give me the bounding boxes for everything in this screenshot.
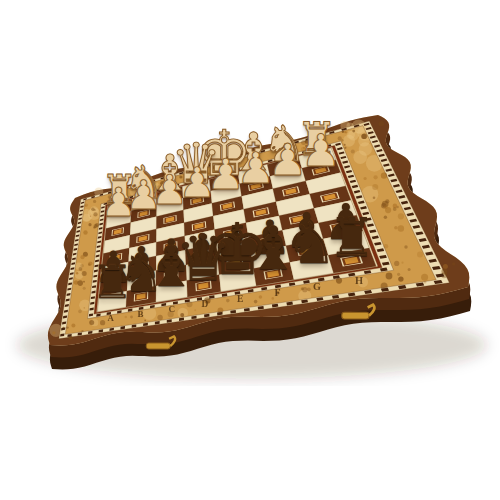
burl-speck [344, 147, 346, 149]
burl-speck [452, 262, 455, 265]
burl-speck [88, 223, 91, 226]
burl-speck [90, 216, 91, 217]
burl-speck [338, 136, 342, 140]
burl-speck [381, 172, 387, 178]
burl-speck [160, 181, 164, 185]
burl-speck [221, 168, 223, 170]
burl-speck [283, 147, 286, 150]
file-label-h: H [355, 275, 363, 286]
burl-speck [443, 264, 448, 269]
burl-speck [52, 331, 55, 334]
burl-speck [254, 300, 258, 304]
burl-speck [157, 185, 160, 188]
burl-speck [362, 134, 368, 140]
burl-speck [351, 150, 355, 154]
burl-speck [344, 131, 346, 133]
burl-speck [398, 276, 403, 281]
burl-speck [125, 316, 128, 319]
burl-speck [373, 196, 376, 199]
chess-board: ABCDEFGH [0, 0, 500, 500]
burl-speck [80, 264, 84, 268]
burl-speck [386, 273, 393, 280]
burl-speck [384, 216, 387, 219]
burl-speck [398, 213, 404, 219]
burl-speck [385, 199, 389, 203]
burl-speck [341, 139, 344, 142]
burl-speck [259, 295, 263, 299]
burl-speck [85, 203, 88, 206]
burl-speck [88, 262, 92, 266]
burl-speck [184, 177, 186, 179]
file-label-g: G [313, 281, 321, 292]
burl-speck [208, 173, 210, 175]
file-label-d: D [202, 299, 209, 309]
file-label-b: B [137, 309, 143, 319]
burl-speck [76, 272, 78, 274]
burl-speck [372, 184, 378, 190]
burl-speck [78, 310, 82, 314]
burl-speck [374, 175, 378, 179]
burl-speck [84, 307, 86, 309]
burl-speck [71, 324, 75, 328]
burl-speck [344, 144, 346, 146]
burl-speck [352, 130, 355, 133]
burl-speck [234, 167, 235, 168]
burl-speck [394, 226, 398, 230]
burl-grain [75, 271, 83, 279]
burl-speck [80, 255, 84, 259]
burl-speck [91, 208, 94, 211]
burl-speck [157, 315, 162, 320]
burl-speck [393, 207, 397, 211]
burl-speck [379, 121, 384, 126]
burl-speck [180, 313, 184, 317]
burl-speck [100, 320, 105, 325]
burl-grain [353, 150, 367, 164]
file-label-c: C [168, 304, 175, 314]
product-photo-stage: ABCDEFGH ♜♞♟♝♟♚♟♛♟♝♟♞♟♜♟♟♟♟♟♜♟♞♟♝♟♚♟♛♟♝♞… [0, 0, 500, 500]
burl-speck [364, 177, 367, 180]
burl-speck [421, 274, 428, 281]
burl-speck [286, 148, 292, 154]
file-label-e: E [237, 293, 243, 304]
burl-speck [397, 273, 400, 276]
burl-speck [408, 268, 411, 271]
burl-speck [301, 287, 304, 290]
burl-speck [93, 200, 96, 203]
burl-grain [82, 214, 90, 222]
burl-speck [179, 175, 182, 178]
burl-speck [144, 320, 146, 322]
burl-speck [77, 280, 83, 286]
file-label-a: A [107, 313, 114, 323]
burl-speck [108, 195, 111, 198]
burl-grain [366, 155, 383, 172]
burl-speck [83, 281, 85, 283]
burl-speck [130, 316, 133, 319]
burl-speck [401, 262, 403, 264]
burl-speck [307, 287, 311, 291]
burl-speck [303, 147, 305, 149]
burl-speck [384, 205, 388, 209]
burl-speck [394, 261, 399, 266]
burl-speck [194, 309, 196, 311]
burl-speck [224, 166, 228, 170]
burl-speck [89, 320, 94, 325]
burl-speck [417, 252, 423, 258]
burl-speck [226, 299, 230, 303]
burl-speck [111, 196, 113, 198]
burl-speck [82, 271, 87, 276]
file-label-f: F [274, 287, 280, 298]
burl-speck [93, 212, 97, 216]
burl-speck [213, 166, 216, 169]
burl-speck [83, 287, 86, 290]
burl-speck [441, 268, 447, 274]
burl-speck [305, 145, 307, 147]
burl-speck [398, 225, 404, 231]
burl-speck [79, 267, 83, 271]
burl-speck [83, 230, 87, 234]
burl-speck [404, 245, 407, 248]
